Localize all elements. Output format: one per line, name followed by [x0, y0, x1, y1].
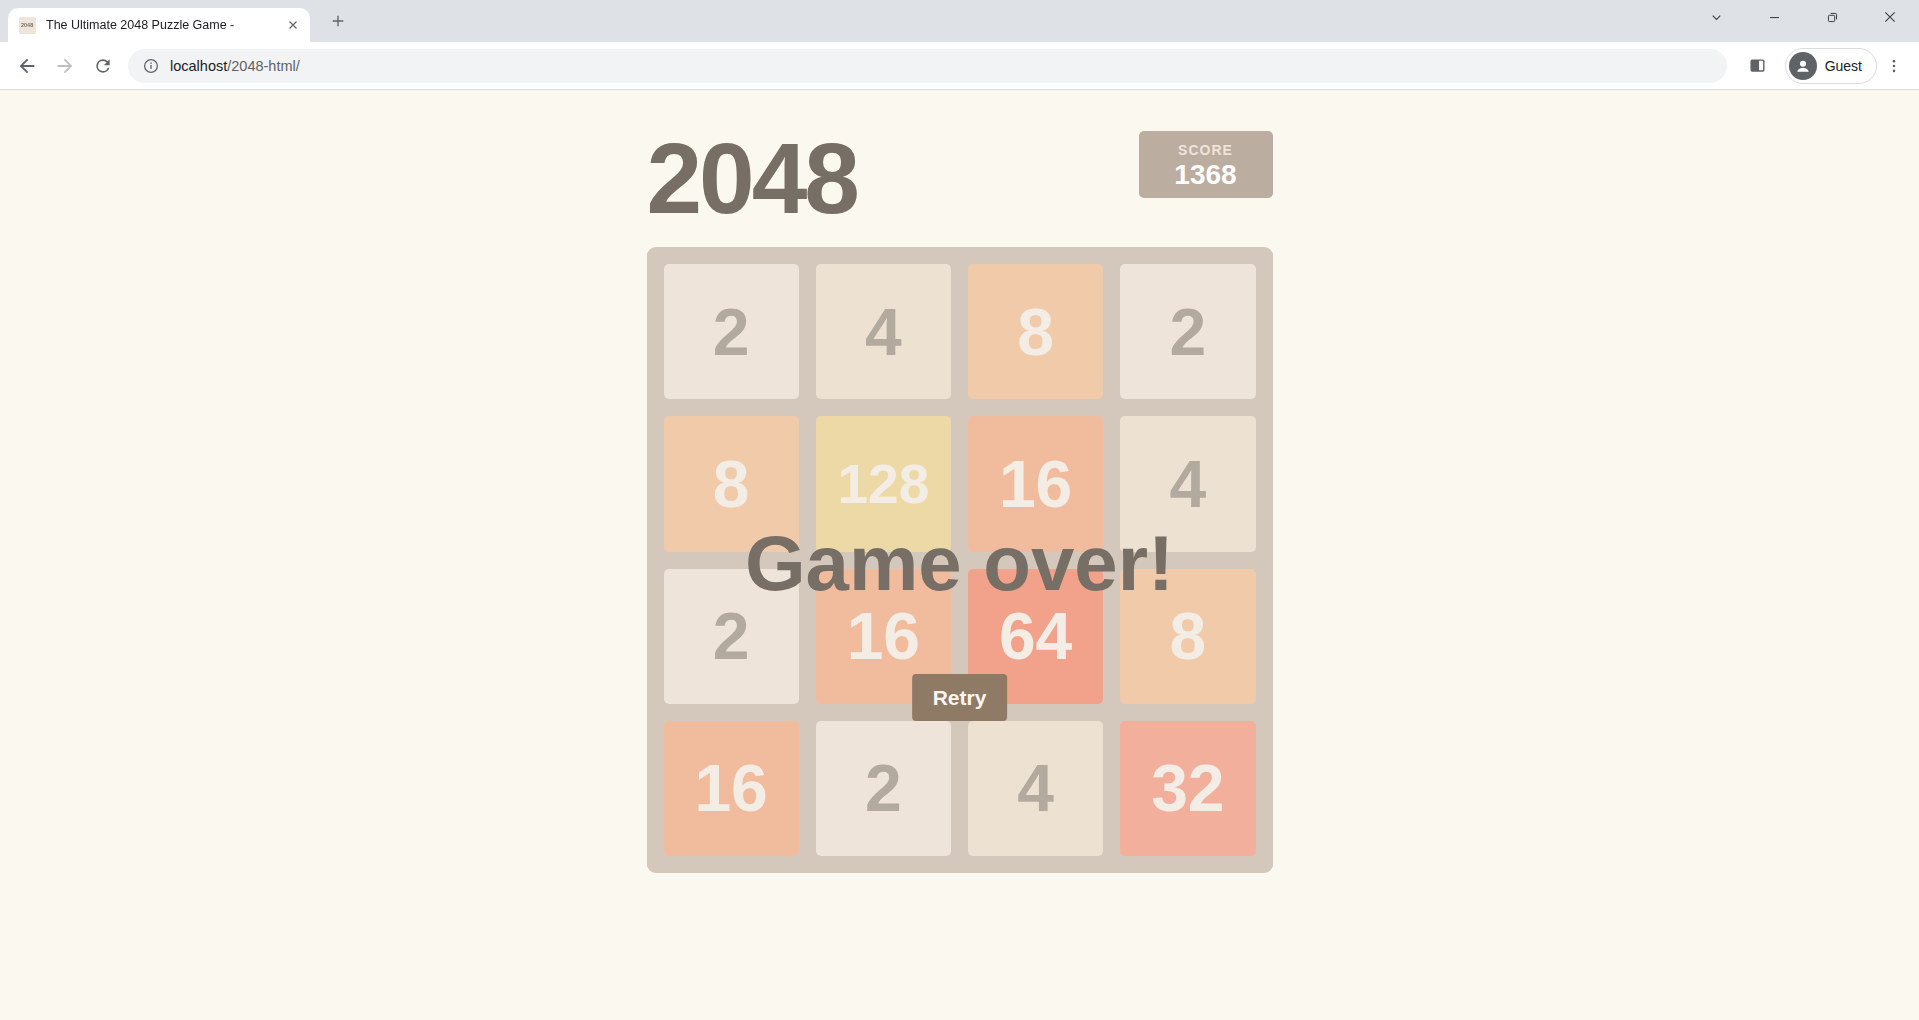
minimize-button[interactable] — [1745, 0, 1803, 34]
retry-button[interactable]: Retry — [912, 674, 1008, 721]
site-info-icon[interactable] — [142, 57, 160, 75]
new-tab-button[interactable] — [324, 7, 352, 35]
restore-button[interactable] — [1803, 0, 1861, 34]
tab-search-chevron-icon[interactable] — [1687, 0, 1745, 34]
menu-kebab-icon[interactable] — [1877, 47, 1911, 85]
forward-button[interactable] — [46, 47, 84, 85]
url-bar[interactable]: localhost/2048-html/ — [128, 49, 1727, 83]
browser-tab[interactable]: 2048 The Ultimate 2048 Puzzle Game - — [8, 8, 310, 42]
browser-window: 2048 The Ultimate 2048 Puzzle Game - — [0, 0, 1919, 1019]
game-over-message: Game over! — [647, 518, 1273, 609]
window-controls — [1687, 0, 1919, 34]
url-host: localhost — [170, 58, 227, 74]
side-panel-button[interactable] — [1739, 47, 1777, 85]
score-label: SCORE — [1157, 142, 1255, 158]
score-box: SCORE 1368 — [1139, 131, 1273, 198]
close-button[interactable] — [1861, 0, 1919, 34]
score-value: 1368 — [1157, 159, 1255, 191]
profile-button[interactable]: Guest — [1785, 48, 1877, 84]
game-over-overlay: Game over! Retry — [647, 247, 1273, 873]
tab-close-icon[interactable] — [284, 16, 302, 34]
favicon-text: 2048 — [21, 22, 33, 28]
url-text: localhost/2048-html/ — [170, 58, 300, 74]
tab-title: The Ultimate 2048 Puzzle Game - — [46, 18, 284, 32]
browser-toolbar: localhost/2048-html/ Guest — [0, 42, 1919, 90]
profile-name: Guest — [1825, 58, 1862, 74]
page-content: 2048 SCORE 1368 24828128164216648162432 … — [0, 90, 1919, 1019]
reload-button[interactable] — [84, 47, 122, 85]
game-header: 2048 SCORE 1368 — [647, 140, 1273, 218]
tab-strip: 2048 The Ultimate 2048 Puzzle Game - — [0, 0, 1919, 42]
avatar-icon — [1789, 52, 1817, 80]
game-container: 2048 SCORE 1368 24828128164216648162432 … — [647, 90, 1273, 873]
url-path: /2048-html/ — [227, 58, 300, 74]
back-button[interactable] — [8, 47, 46, 85]
favicon-2048-icon: 2048 — [19, 17, 36, 34]
board-wrap: 24828128164216648162432 Game over! Retry — [647, 247, 1273, 873]
